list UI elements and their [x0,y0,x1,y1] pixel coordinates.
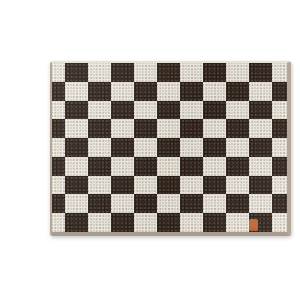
checker-cell [249,82,272,101]
checker-cell [272,176,287,195]
checker-cell [249,176,272,195]
checker-cell [52,119,65,138]
checker-cell [272,63,287,82]
checker-cell [249,138,272,157]
checker-cell [52,138,65,157]
product-photo [0,0,300,300]
checker-cell [226,157,249,176]
checker-cell [111,63,134,82]
checker-cell [52,213,65,232]
checker-cell [65,213,88,232]
checker-cell [65,82,88,101]
checker-cell [65,119,88,138]
checker-cell [157,176,180,195]
checker-cell [134,119,157,138]
checker-cell [88,138,111,157]
checker-cell [111,138,134,157]
checker-cell [88,82,111,101]
checker-cell [226,82,249,101]
checker-cell [226,213,249,232]
checker-cell [52,194,65,213]
checker-cell [52,101,65,120]
checker-cell [226,138,249,157]
checker-cell [203,101,226,120]
checker-cell [157,157,180,176]
checker-cell [180,63,203,82]
checker-cell [134,101,157,120]
checker-cell [88,63,111,82]
checker-cell [65,63,88,82]
checker-cell [52,63,65,82]
checker-cell [157,82,180,101]
checker-cell [226,63,249,82]
checker-cell [65,138,88,157]
checker-cell [180,213,203,232]
checker-cell [180,82,203,101]
checker-cell [52,82,65,101]
checker-cell [157,63,180,82]
checker-cell [134,213,157,232]
checker-cell [249,157,272,176]
checker-cell [180,101,203,120]
checker-cell [272,194,287,213]
checker-cell [249,101,272,120]
checker-cell [180,176,203,195]
checker-cell [272,119,287,138]
brand-tag [249,219,258,231]
checker-cell [226,176,249,195]
checker-cell [134,194,157,213]
checker-cell [226,101,249,120]
checker-cell [180,138,203,157]
checker-cell [249,63,272,82]
checker-cell [65,176,88,195]
checker-cell [180,194,203,213]
checker-cell [180,119,203,138]
checker-cell [111,157,134,176]
checker-cell [52,176,65,195]
checker-cell [88,213,111,232]
checker-cell [88,194,111,213]
checker-cell [111,176,134,195]
checker-cell [52,157,65,176]
checker-cell [88,119,111,138]
checker-cell [134,157,157,176]
checker-cell [272,157,287,176]
checker-cell [272,138,287,157]
checker-cell [249,119,272,138]
checker-cell [203,194,226,213]
checker-cell [203,157,226,176]
checker-cell [157,119,180,138]
checker-cell [88,157,111,176]
checker-cell [157,101,180,120]
checker-cell [65,157,88,176]
checker-cell [203,82,226,101]
checker-cell [226,119,249,138]
checker-cell [134,176,157,195]
checker-cell [111,82,134,101]
checker-cell [111,101,134,120]
checkerboard-grid [52,63,287,232]
checker-cell [226,194,249,213]
checker-cell [157,138,180,157]
checker-cell [65,194,88,213]
checker-cell [134,63,157,82]
checker-cell [203,176,226,195]
checker-cell [88,176,111,195]
checker-cell [180,157,203,176]
checker-cell [272,82,287,101]
checker-cell [272,101,287,120]
checkered-bath-mat [50,61,291,236]
checker-cell [272,213,287,232]
checker-cell [203,138,226,157]
checker-cell [88,101,111,120]
checker-cell [111,213,134,232]
checker-cell [134,82,157,101]
checker-cell [157,194,180,213]
checker-cell [111,119,134,138]
checker-cell [203,213,226,232]
checker-cell [249,194,272,213]
checker-cell [65,101,88,120]
checker-cell [134,138,157,157]
checker-cell [203,63,226,82]
checker-cell [111,194,134,213]
checker-cell [203,119,226,138]
checker-cell [157,213,180,232]
